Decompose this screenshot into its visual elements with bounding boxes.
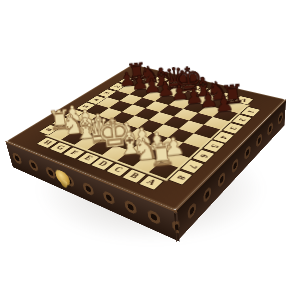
rank-label-text: 1 <box>123 79 131 82</box>
clasp-hook-icon <box>61 178 67 189</box>
brass-clasp-icon <box>55 168 72 188</box>
piece-white-pawn: ♟ <box>92 115 132 141</box>
rank-label-text: 3 <box>103 91 112 94</box>
board-top-face: ♜♞♝♛♚♝♞♜♟♟♟♟♟♟♟♟♟♟♟♟♟♟♟♟♜♞♝♛♚♝♞♜ HH11GG2… <box>6 65 285 211</box>
chess-board: ♜♞♝♛♚♝♞♜♟♟♟♟♟♟♟♟♟♟♟♟♟♟♟♟♜♞♝♛♚♝♞♜ HH11GG2… <box>6 65 285 211</box>
rank-label-text: 2 <box>113 85 122 88</box>
file-label-text: F <box>168 81 177 85</box>
file-label-text: D <box>195 87 204 92</box>
rank-label-text: 5 <box>81 105 90 109</box>
scene: ♜♞♝♛♚♝♞♜♟♟♟♟♟♟♟♟♟♟♟♟♟♟♟♟♜♞♝♛♚♝♞♜ HH11GG2… <box>0 0 300 300</box>
photo-stage: ♜♞♝♛♚♝♞♜♟♟♟♟♟♟♟♟♟♟♟♟♟♟♟♟♜♞♝♛♚♝♞♜ HH11GG2… <box>0 0 300 300</box>
rank-label-text: 6 <box>69 112 78 116</box>
camera-tilt: ♜♞♝♛♚♝♞♜♟♟♟♟♟♟♟♟♟♟♟♟♟♟♟♟♜♞♝♛♚♝♞♜ HH11GG2… <box>0 0 300 300</box>
file-label-text: G <box>155 78 164 82</box>
